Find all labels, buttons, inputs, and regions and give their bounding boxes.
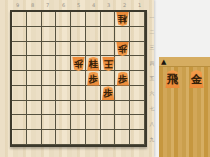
shogi-piece-knight-sente[interactable]: 桂 <box>87 57 100 71</box>
rank-labels: 一二三四五六七八九 <box>148 10 156 147</box>
shogi-piece-pawn-sente[interactable]: 歩 <box>102 86 115 100</box>
file-label: 5 <box>72 2 85 9</box>
file-label: 8 <box>26 2 39 9</box>
rank-label: 一 <box>149 12 155 24</box>
tsume-shogi-widget: 987654321 一二三四五六七八九 桂歩歩桂王歩歩歩 ▲ 飛金 <box>0 0 210 157</box>
file-label: 3 <box>102 2 115 9</box>
file-label: 1 <box>133 2 146 9</box>
shogi-piece-knight-gote[interactable]: 桂 <box>116 12 129 26</box>
hand-pieces: 飛金 <box>159 70 210 90</box>
file-label: 7 <box>42 2 55 9</box>
rank-label: 八 <box>149 118 155 130</box>
rank-label: 三 <box>149 42 155 54</box>
sente-mark: ▲ <box>161 58 166 66</box>
rank-label: 九 <box>149 133 155 145</box>
hand-piece-gold[interactable]: 金 <box>189 70 204 88</box>
file-label: 4 <box>87 2 100 9</box>
rank-label: 七 <box>149 103 155 115</box>
hand-piece-rook[interactable]: 飛 <box>165 70 180 88</box>
hand-tray-header: ▲ <box>159 57 210 67</box>
rank-label: 五 <box>149 72 155 84</box>
shogi-piece-pawn-gote[interactable]: 歩 <box>72 57 85 71</box>
shogi-piece-pawn-gote[interactable]: 歩 <box>116 42 129 56</box>
file-label: 2 <box>118 2 131 9</box>
board-panel: 987654321 一二三四五六七八九 桂歩歩桂王歩歩歩 <box>0 0 154 157</box>
shogi-piece-pawn-sente[interactable]: 歩 <box>116 72 129 86</box>
file-label: 6 <box>57 2 70 9</box>
rank-label: 六 <box>149 88 155 100</box>
rank-label: 四 <box>149 57 155 69</box>
shogi-piece-pawn-sente[interactable]: 歩 <box>87 72 100 86</box>
shogi-piece-king-gote[interactable]: 王 <box>102 57 115 71</box>
rank-label: 二 <box>149 27 155 39</box>
file-labels: 987654321 <box>10 1 147 9</box>
sente-hand-tray: ▲ 飛金 <box>159 57 210 157</box>
board-pieces: 桂歩歩桂王歩歩歩 <box>12 12 145 145</box>
file-label: 9 <box>11 2 24 9</box>
